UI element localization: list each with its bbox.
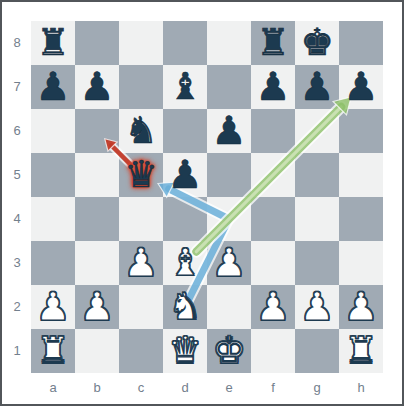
- square-d8[interactable]: [163, 21, 207, 65]
- piece-black-pawn-e6[interactable]: ♟: [207, 109, 251, 153]
- piece-white-pawn-b2[interactable]: ♟: [75, 285, 119, 329]
- square-a5[interactable]: [31, 153, 75, 197]
- piece-black-pawn-g7[interactable]: ♟: [295, 65, 339, 109]
- piece-black-pawn-h7[interactable]: ♟: [339, 65, 383, 109]
- piece-white-rook-h1[interactable]: ♜: [339, 329, 383, 373]
- square-c8[interactable]: [119, 21, 163, 65]
- square-f1[interactable]: [251, 329, 295, 373]
- file-label-e: e: [207, 375, 251, 401]
- square-g6[interactable]: [295, 109, 339, 153]
- square-b6[interactable]: [75, 109, 119, 153]
- piece-black-king-g8[interactable]: ♚: [295, 21, 339, 65]
- square-h4[interactable]: [339, 197, 383, 241]
- chess-board-frame: 87654321 ♜♜♚♟♟♝♟♟♟♞♟♛♟♟♝♟♟♟♞♟♟♟♜♛♚♜ abcd…: [0, 0, 404, 406]
- rank-label-8: 8: [6, 21, 28, 65]
- square-c7[interactable]: [119, 65, 163, 109]
- rank-label-6: 6: [6, 109, 28, 153]
- square-c4[interactable]: [119, 197, 163, 241]
- piece-black-pawn-b7[interactable]: ♟: [75, 65, 119, 109]
- square-e4[interactable]: [207, 197, 251, 241]
- rank-labels: 87654321: [6, 21, 28, 373]
- square-b1[interactable]: [75, 329, 119, 373]
- rank-label-7: 7: [6, 65, 28, 109]
- piece-black-knight-c6[interactable]: ♞: [119, 109, 163, 153]
- piece-white-pawn-c3[interactable]: ♟: [119, 241, 163, 285]
- square-g1[interactable]: [295, 329, 339, 373]
- piece-white-queen-d1[interactable]: ♛: [163, 329, 207, 373]
- piece-white-rook-a1[interactable]: ♜: [31, 329, 75, 373]
- file-label-h: h: [339, 375, 383, 401]
- square-h3[interactable]: [339, 241, 383, 285]
- piece-white-pawn-g2[interactable]: ♟: [295, 285, 339, 329]
- square-b3[interactable]: [75, 241, 119, 285]
- square-g4[interactable]: [295, 197, 339, 241]
- rank-label-2: 2: [6, 285, 28, 329]
- piece-black-bishop-d7[interactable]: ♝: [163, 65, 207, 109]
- piece-black-pawn-d5[interactable]: ♟: [163, 153, 207, 197]
- piece-white-pawn-e3[interactable]: ♟: [207, 241, 251, 285]
- square-a6[interactable]: [31, 109, 75, 153]
- piece-white-bishop-d3[interactable]: ♝: [163, 241, 207, 285]
- piece-black-queen-c5[interactable]: ♛: [119, 153, 163, 197]
- square-f3[interactable]: [251, 241, 295, 285]
- file-labels: abcdefgh: [31, 375, 383, 401]
- square-h8[interactable]: [339, 21, 383, 65]
- file-label-g: g: [295, 375, 339, 401]
- square-e5[interactable]: [207, 153, 251, 197]
- piece-white-knight-d2[interactable]: ♞: [163, 285, 207, 329]
- piece-black-rook-a8[interactable]: ♜: [31, 21, 75, 65]
- piece-black-pawn-f7[interactable]: ♟: [251, 65, 295, 109]
- square-c1[interactable]: [119, 329, 163, 373]
- square-g5[interactable]: [295, 153, 339, 197]
- file-label-c: c: [119, 375, 163, 401]
- square-d6[interactable]: [163, 109, 207, 153]
- piece-black-pawn-a7[interactable]: ♟: [31, 65, 75, 109]
- square-a4[interactable]: [31, 197, 75, 241]
- square-f6[interactable]: [251, 109, 295, 153]
- piece-white-king-e1[interactable]: ♚: [207, 329, 251, 373]
- square-e8[interactable]: [207, 21, 251, 65]
- rank-label-5: 5: [6, 153, 28, 197]
- square-g3[interactable]: [295, 241, 339, 285]
- square-e7[interactable]: [207, 65, 251, 109]
- square-c2[interactable]: [119, 285, 163, 329]
- file-label-b: b: [75, 375, 119, 401]
- rank-label-4: 4: [6, 197, 28, 241]
- file-label-a: a: [31, 375, 75, 401]
- square-f4[interactable]: [251, 197, 295, 241]
- square-h6[interactable]: [339, 109, 383, 153]
- square-b8[interactable]: [75, 21, 119, 65]
- square-f5[interactable]: [251, 153, 295, 197]
- rank-label-3: 3: [6, 241, 28, 285]
- square-d4[interactable]: [163, 197, 207, 241]
- file-label-d: d: [163, 375, 207, 401]
- piece-white-pawn-f2[interactable]: ♟: [251, 285, 295, 329]
- square-a3[interactable]: [31, 241, 75, 285]
- piece-black-rook-f8[interactable]: ♜: [251, 21, 295, 65]
- piece-white-pawn-a2[interactable]: ♟: [31, 285, 75, 329]
- file-label-f: f: [251, 375, 295, 401]
- rank-label-1: 1: [6, 329, 28, 373]
- square-e2[interactable]: [207, 285, 251, 329]
- square-h5[interactable]: [339, 153, 383, 197]
- piece-white-pawn-h2[interactable]: ♟: [339, 285, 383, 329]
- square-b5[interactable]: [75, 153, 119, 197]
- square-b4[interactable]: [75, 197, 119, 241]
